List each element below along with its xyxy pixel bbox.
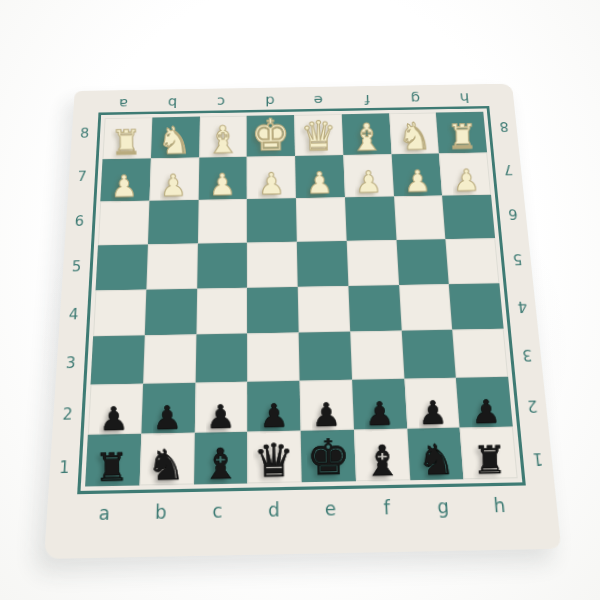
rank-label-8: 8	[489, 106, 519, 148]
piece-black-pawn: ♟	[471, 396, 501, 427]
piece-black-pawn: ♟	[365, 398, 395, 429]
piece-white-pawn: ♟	[404, 167, 431, 196]
piece-white-bishop: ♝	[349, 119, 384, 156]
piece-black-pawn: ♟	[206, 401, 236, 432]
square-h6[interactable]	[442, 195, 495, 239]
square-f1[interactable]: ♝	[354, 429, 410, 482]
file-label-c: c	[189, 500, 246, 523]
square-e5[interactable]	[297, 241, 348, 287]
square-d1[interactable]: ♛	[247, 431, 301, 484]
square-c4[interactable]	[196, 287, 247, 334]
piece-black-pawn: ♟	[99, 403, 129, 434]
square-d8[interactable]: ♚	[247, 115, 295, 157]
square-a5[interactable]	[96, 244, 148, 290]
square-b7[interactable]: ♟	[149, 157, 199, 200]
piece-white-bishop: ♝	[205, 121, 240, 158]
square-a7[interactable]: ♟	[100, 158, 150, 201]
square-e4[interactable]	[298, 286, 350, 333]
file-label-a: a	[99, 95, 149, 111]
square-h2[interactable]: ♟	[456, 377, 513, 428]
square-c2[interactable]: ♟	[194, 382, 247, 433]
piece-white-pawn: ♟	[160, 172, 187, 201]
square-f5[interactable]	[346, 240, 398, 286]
mat-layout: abcdefgh 87654321 ♜♞♝♚♛♝♞♜♟♟♟♟♟♟♟♟♟♟♟♟♟♟…	[44, 84, 561, 559]
piece-white-pawn: ♟	[355, 168, 382, 197]
square-a2[interactable]: ♟	[88, 384, 143, 435]
square-b1[interactable]: ♞	[139, 433, 194, 486]
square-b2[interactable]: ♟	[141, 383, 195, 434]
square-g3[interactable]	[401, 330, 456, 379]
square-d2[interactable]: ♟	[247, 381, 300, 432]
piece-black-king: ♚	[306, 435, 351, 482]
square-e6[interactable]	[296, 197, 347, 241]
square-a1[interactable]: ♜	[85, 434, 141, 487]
square-e1[interactable]: ♚	[301, 430, 356, 483]
square-g4[interactable]	[399, 284, 453, 331]
file-label-h: h	[439, 90, 489, 106]
rank-label-4: 4	[506, 282, 538, 331]
piece-black-pawn: ♟	[312, 399, 342, 430]
square-b5[interactable]	[146, 243, 197, 289]
product-photo-scene: abcdefgh 87654321 ♜♞♝♚♛♝♞♜♟♟♟♟♟♟♟♟♟♟♟♟♟♟…	[0, 0, 600, 600]
square-a6[interactable]	[98, 201, 149, 245]
piece-white-knight: ♞	[397, 118, 432, 155]
square-h1[interactable]: ♜	[460, 427, 518, 479]
square-g2[interactable]: ♟	[404, 378, 460, 429]
piece-black-bishop: ♝	[201, 443, 240, 484]
rank-label-5: 5	[62, 244, 92, 291]
file-label-d: d	[245, 93, 294, 109]
square-h3[interactable]	[452, 329, 508, 378]
square-g6[interactable]	[394, 195, 446, 239]
piece-white-pawn: ♟	[209, 171, 236, 200]
piece-black-rook: ♜	[94, 449, 129, 486]
square-e8[interactable]: ♛	[294, 114, 343, 156]
square-f3[interactable]	[350, 331, 404, 380]
piece-white-pawn: ♟	[453, 167, 480, 196]
square-d4[interactable]	[247, 286, 298, 333]
square-c8[interactable]: ♝	[199, 116, 247, 158]
square-a3[interactable]	[90, 336, 144, 385]
file-label-e: e	[302, 497, 359, 520]
piece-white-rook: ♜	[111, 126, 142, 159]
square-d5[interactable]	[247, 241, 298, 287]
square-g1[interactable]: ♞	[407, 428, 464, 480]
piece-white-queen: ♛	[300, 117, 337, 156]
square-b6[interactable]	[148, 200, 198, 244]
board-frame: ♜♞♝♚♛♝♞♜♟♟♟♟♟♟♟♟♟♟♟♟♟♟♟♟♜♞♝♛♚♝♞♜	[77, 106, 526, 494]
square-h4[interactable]	[449, 283, 504, 330]
file-label-d: d	[246, 499, 303, 522]
square-d3[interactable]	[247, 333, 299, 382]
rank-label-6: 6	[65, 198, 94, 244]
square-g7[interactable]: ♟	[391, 153, 442, 196]
rank-label-8: 8	[71, 113, 99, 156]
file-label-b: b	[132, 501, 189, 524]
square-h7[interactable]: ♟	[439, 152, 491, 195]
square-h8[interactable]: ♜	[436, 112, 487, 154]
square-d6[interactable]	[247, 198, 297, 242]
rank-label-7: 7	[68, 155, 96, 199]
file-label-a: a	[75, 502, 133, 525]
square-c5[interactable]	[197, 242, 248, 288]
file-label-f: f	[358, 496, 415, 519]
rank-label-3: 3	[511, 330, 544, 380]
square-f7[interactable]: ♟	[343, 154, 393, 197]
piece-white-rook: ♜	[447, 121, 478, 154]
piece-white-pawn: ♟	[306, 169, 333, 198]
piece-black-bishop: ♝	[363, 440, 402, 481]
file-label-h: h	[471, 494, 529, 517]
file-label-g: g	[391, 91, 441, 107]
square-c6[interactable]	[197, 199, 247, 243]
file-label-c: c	[196, 94, 245, 110]
file-label-b: b	[147, 95, 196, 111]
piece-white-pawn: ♟	[258, 170, 285, 199]
square-f2[interactable]: ♟	[352, 379, 407, 430]
square-e3[interactable]	[299, 332, 352, 381]
square-b4[interactable]	[145, 288, 197, 335]
file-label-e: e	[294, 92, 343, 108]
piece-black-pawn: ♟	[153, 402, 183, 433]
square-c3[interactable]	[195, 334, 247, 383]
piece-black-knight: ♞	[417, 439, 456, 480]
rank-label-4: 4	[58, 290, 88, 339]
square-g5[interactable]	[396, 239, 449, 285]
piece-black-rook: ♜	[473, 442, 508, 479]
chess-board: ♜♞♝♚♛♝♞♜♟♟♟♟♟♟♟♟♟♟♟♟♟♟♟♟♜♞♝♛♚♝♞♜	[85, 112, 518, 487]
rank-label-7: 7	[493, 148, 523, 192]
rank-label-1: 1	[48, 440, 80, 494]
rank-label-3: 3	[55, 339, 86, 390]
piece-black-pawn: ♟	[259, 400, 289, 431]
square-b3[interactable]	[143, 335, 196, 384]
square-a4[interactable]	[93, 289, 146, 337]
square-h5[interactable]	[446, 238, 500, 284]
rank-label-2: 2	[52, 389, 83, 441]
square-e7[interactable]: ♟	[295, 155, 345, 198]
rank-label-5: 5	[502, 236, 533, 283]
file-label-f: f	[342, 91, 391, 107]
rank-label-6: 6	[497, 191, 528, 236]
piece-black-knight: ♞	[147, 444, 186, 485]
square-f6[interactable]	[345, 196, 396, 240]
square-d7[interactable]: ♟	[247, 156, 296, 199]
square-f8[interactable]: ♝	[342, 113, 392, 155]
square-f4[interactable]	[348, 285, 401, 332]
rank-label-1: 1	[521, 432, 555, 486]
square-a8[interactable]: ♜	[103, 117, 153, 159]
file-labels-bottom: abcdefgh	[74, 486, 532, 559]
piece-white-pawn: ♟	[111, 173, 138, 202]
square-g8[interactable]: ♞	[389, 113, 439, 155]
square-e2[interactable]: ♟	[300, 380, 354, 431]
square-b8[interactable]: ♞	[151, 117, 200, 159]
piece-black-queen: ♛	[253, 439, 295, 483]
file-label-g: g	[414, 495, 472, 518]
rank-label-2: 2	[516, 380, 549, 432]
square-c1[interactable]: ♝	[193, 432, 247, 485]
square-c7[interactable]: ♟	[198, 157, 247, 200]
vinyl-chess-mat: abcdefgh 87654321 ♜♞♝♚♛♝♞♜♟♟♟♟♟♟♟♟♟♟♟♟♟♟…	[44, 84, 561, 559]
piece-white-knight: ♞	[157, 122, 192, 159]
piece-white-king: ♚	[251, 115, 291, 157]
piece-black-pawn: ♟	[418, 397, 448, 428]
